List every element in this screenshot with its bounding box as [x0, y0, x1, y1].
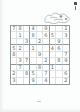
corner-line-icon	[75, 6, 76, 10]
page: 78491186533295214689737289781285763942	[0, 0, 80, 112]
scribble-illustration-icon	[42, 10, 72, 25]
corner-square-icon	[74, 2, 77, 5]
cell-r9c9[interactable]: 2	[63, 78, 69, 84]
page-number-mark	[37, 101, 41, 102]
sudoku-board: 78491186533295214689737289781285763942	[10, 25, 70, 85]
corner-mark-icon	[73, 2, 78, 10]
